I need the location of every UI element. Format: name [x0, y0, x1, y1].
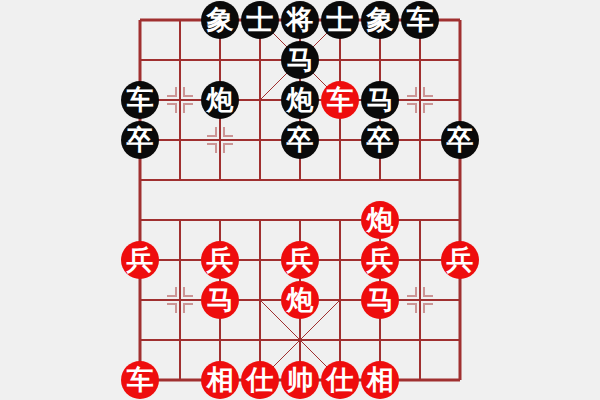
- piece-black-general[interactable]: 将: [281, 1, 319, 39]
- piece-red-general[interactable]: 帅: [281, 361, 319, 399]
- piece-red-soldier[interactable]: 兵: [201, 241, 239, 279]
- piece-red-elephant[interactable]: 相: [361, 361, 399, 399]
- piece-red-cannon[interactable]: 炮: [361, 201, 399, 239]
- piece-black-chariot[interactable]: 车: [121, 81, 159, 119]
- piece-red-chariot[interactable]: 车: [321, 81, 359, 119]
- pieces-layer: 象士将士象车马车炮炮车马卒卒卒卒炮兵兵兵兵兵马炮马车相仕帅仕相: [0, 0, 600, 400]
- piece-red-horse[interactable]: 马: [201, 281, 239, 319]
- piece-black-advisor[interactable]: 士: [241, 1, 279, 39]
- piece-black-horse[interactable]: 马: [281, 41, 319, 79]
- piece-black-elephant[interactable]: 象: [361, 1, 399, 39]
- piece-black-elephant[interactable]: 象: [201, 1, 239, 39]
- piece-black-soldier[interactable]: 卒: [361, 121, 399, 159]
- piece-black-soldier[interactable]: 卒: [441, 121, 479, 159]
- piece-black-soldier[interactable]: 卒: [281, 121, 319, 159]
- piece-red-cannon[interactable]: 炮: [281, 281, 319, 319]
- piece-black-advisor[interactable]: 士: [321, 1, 359, 39]
- piece-red-horse[interactable]: 马: [361, 281, 399, 319]
- piece-black-chariot[interactable]: 车: [401, 1, 439, 39]
- piece-red-soldier[interactable]: 兵: [361, 241, 399, 279]
- piece-red-soldier[interactable]: 兵: [121, 241, 159, 279]
- piece-red-soldier[interactable]: 兵: [441, 241, 479, 279]
- piece-black-soldier[interactable]: 卒: [121, 121, 159, 159]
- xiangqi-board[interactable]: 象士将士象车马车炮炮车马卒卒卒卒炮兵兵兵兵兵马炮马车相仕帅仕相: [0, 0, 600, 400]
- piece-red-advisor[interactable]: 仕: [321, 361, 359, 399]
- piece-red-elephant[interactable]: 相: [201, 361, 239, 399]
- piece-red-advisor[interactable]: 仕: [241, 361, 279, 399]
- piece-black-cannon[interactable]: 炮: [201, 81, 239, 119]
- piece-black-cannon[interactable]: 炮: [281, 81, 319, 119]
- piece-black-horse[interactable]: 马: [361, 81, 399, 119]
- piece-red-chariot[interactable]: 车: [121, 361, 159, 399]
- piece-red-soldier[interactable]: 兵: [281, 241, 319, 279]
